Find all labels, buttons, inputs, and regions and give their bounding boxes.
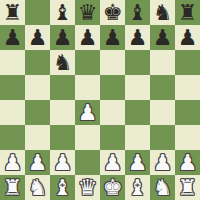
black-queen-piece[interactable]: ♛ <box>78 0 98 25</box>
square-g7[interactable]: ♟ <box>150 25 175 50</box>
black-bishop-piece[interactable]: ♝ <box>53 0 73 25</box>
white-pawn-piece[interactable]: ♟ <box>178 150 198 175</box>
square-a2[interactable]: ♟ <box>0 150 25 175</box>
square-b4[interactable] <box>25 100 50 125</box>
square-h8[interactable]: ♜ <box>175 0 200 25</box>
black-pawn-piece[interactable]: ♟ <box>28 25 48 50</box>
square-g4[interactable] <box>150 100 175 125</box>
black-pawn-piece[interactable]: ♟ <box>153 25 173 50</box>
square-d5[interactable] <box>75 75 100 100</box>
black-rook-piece[interactable]: ♜ <box>178 0 198 25</box>
square-h4[interactable] <box>175 100 200 125</box>
square-b7[interactable]: ♟ <box>25 25 50 50</box>
square-f7[interactable]: ♟ <box>125 25 150 50</box>
square-b3[interactable] <box>25 125 50 150</box>
black-pawn-piece[interactable]: ♟ <box>53 25 73 50</box>
square-f5[interactable] <box>125 75 150 100</box>
black-knight-piece[interactable]: ♞ <box>153 0 173 25</box>
white-bishop-piece[interactable]: ♝ <box>128 175 148 200</box>
square-e4[interactable] <box>100 100 125 125</box>
square-g2[interactable]: ♟ <box>150 150 175 175</box>
square-f2[interactable]: ♟ <box>125 150 150 175</box>
black-pawn-piece[interactable]: ♟ <box>128 25 148 50</box>
square-a1[interactable]: ♜ <box>0 175 25 200</box>
white-pawn-piece[interactable]: ♟ <box>153 150 173 175</box>
white-pawn-piece[interactable]: ♟ <box>128 150 148 175</box>
square-c6[interactable]: ♞ <box>50 50 75 75</box>
white-pawn-piece[interactable]: ♟ <box>28 150 48 175</box>
square-d6[interactable] <box>75 50 100 75</box>
black-pawn-piece[interactable]: ♟ <box>103 25 123 50</box>
white-knight-piece[interactable]: ♞ <box>28 175 48 200</box>
square-g8[interactable]: ♞ <box>150 0 175 25</box>
square-a8[interactable]: ♜ <box>0 0 25 25</box>
square-e5[interactable] <box>100 75 125 100</box>
white-pawn-piece[interactable]: ♟ <box>103 150 123 175</box>
square-c8[interactable]: ♝ <box>50 0 75 25</box>
square-c2[interactable]: ♟ <box>50 150 75 175</box>
square-a3[interactable] <box>0 125 25 150</box>
black-rook-piece[interactable]: ♜ <box>3 0 23 25</box>
square-a6[interactable] <box>0 50 25 75</box>
square-d3[interactable] <box>75 125 100 150</box>
square-e7[interactable]: ♟ <box>100 25 125 50</box>
black-bishop-piece[interactable]: ♝ <box>128 0 148 25</box>
white-bishop-piece[interactable]: ♝ <box>53 175 73 200</box>
square-g1[interactable]: ♞ <box>150 175 175 200</box>
square-g3[interactable] <box>150 125 175 150</box>
square-e6[interactable] <box>100 50 125 75</box>
square-a4[interactable] <box>0 100 25 125</box>
black-pawn-piece[interactable]: ♟ <box>78 25 98 50</box>
square-e3[interactable] <box>100 125 125 150</box>
white-pawn-piece[interactable]: ♟ <box>53 150 73 175</box>
square-c3[interactable] <box>50 125 75 150</box>
square-d7[interactable]: ♟ <box>75 25 100 50</box>
square-f8[interactable]: ♝ <box>125 0 150 25</box>
white-king-piece[interactable]: ♚ <box>103 175 123 200</box>
square-f3[interactable] <box>125 125 150 150</box>
square-e1[interactable]: ♚ <box>100 175 125 200</box>
square-h3[interactable] <box>175 125 200 150</box>
square-d1[interactable]: ♛ <box>75 175 100 200</box>
square-a5[interactable] <box>0 75 25 100</box>
white-pawn-piece[interactable]: ♟ <box>3 150 23 175</box>
square-g6[interactable] <box>150 50 175 75</box>
square-d2[interactable] <box>75 150 100 175</box>
black-pawn-piece[interactable]: ♟ <box>3 25 23 50</box>
square-b1[interactable]: ♞ <box>25 175 50 200</box>
square-f4[interactable] <box>125 100 150 125</box>
black-king-piece[interactable]: ♚ <box>103 0 123 25</box>
black-knight-piece[interactable]: ♞ <box>53 50 73 75</box>
square-f6[interactable] <box>125 50 150 75</box>
chess-board: ♜♝♛♚♝♞♜♟♟♟♟♟♟♟♟♞♟♟♟♟♟♟♟♟♜♞♝♛♚♝♞♜ <box>0 0 200 200</box>
square-d8[interactable]: ♛ <box>75 0 100 25</box>
square-f1[interactable]: ♝ <box>125 175 150 200</box>
square-h6[interactable] <box>175 50 200 75</box>
square-b6[interactable] <box>25 50 50 75</box>
square-h7[interactable]: ♟ <box>175 25 200 50</box>
white-pawn-piece[interactable]: ♟ <box>78 100 98 125</box>
square-d4[interactable]: ♟ <box>75 100 100 125</box>
square-h5[interactable] <box>175 75 200 100</box>
square-h1[interactable]: ♜ <box>175 175 200 200</box>
square-b2[interactable]: ♟ <box>25 150 50 175</box>
white-rook-piece[interactable]: ♜ <box>178 175 198 200</box>
white-queen-piece[interactable]: ♛ <box>78 175 98 200</box>
square-c1[interactable]: ♝ <box>50 175 75 200</box>
black-pawn-piece[interactable]: ♟ <box>178 25 198 50</box>
square-c7[interactable]: ♟ <box>50 25 75 50</box>
square-c5[interactable] <box>50 75 75 100</box>
square-b5[interactable] <box>25 75 50 100</box>
white-rook-piece[interactable]: ♜ <box>3 175 23 200</box>
white-knight-piece[interactable]: ♞ <box>153 175 173 200</box>
square-e2[interactable]: ♟ <box>100 150 125 175</box>
square-a7[interactable]: ♟ <box>0 25 25 50</box>
square-b8[interactable] <box>25 0 50 25</box>
square-g5[interactable] <box>150 75 175 100</box>
square-c4[interactable] <box>50 100 75 125</box>
square-e8[interactable]: ♚ <box>100 0 125 25</box>
square-h2[interactable]: ♟ <box>175 150 200 175</box>
